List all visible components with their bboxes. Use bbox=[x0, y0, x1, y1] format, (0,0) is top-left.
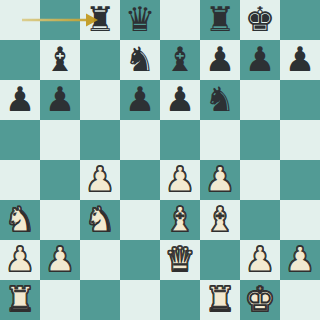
piece-white-rook-a1[interactable]: ♜ bbox=[5, 279, 35, 319]
square-a2[interactable]: ♟ bbox=[0, 240, 40, 280]
chess-board: ♜♛♜♚♝♞♝♟♟♟♟♟♟♟♞♟♟♟♞♞♝♝♟♟♛♟♟♜♜♚ bbox=[0, 0, 320, 320]
piece-white-knight-a3[interactable]: ♞ bbox=[5, 199, 35, 239]
piece-white-pawn-a2[interactable]: ♟ bbox=[5, 239, 35, 279]
board-squares: ♜♛♜♚♝♞♝♟♟♟♟♟♟♟♞♟♟♟♞♞♝♝♟♟♛♟♟♜♜♚ bbox=[0, 0, 320, 320]
square-c2[interactable] bbox=[80, 240, 120, 280]
piece-black-queen-d8[interactable]: ♛ bbox=[125, 0, 155, 39]
square-e5[interactable] bbox=[160, 120, 200, 160]
piece-black-pawn-h7[interactable]: ♟ bbox=[285, 39, 315, 79]
piece-white-queen-e2[interactable]: ♛ bbox=[165, 239, 195, 279]
square-a5[interactable] bbox=[0, 120, 40, 160]
piece-black-bishop-b7[interactable]: ♝ bbox=[45, 39, 75, 79]
square-g3[interactable] bbox=[240, 200, 280, 240]
piece-white-knight-c3[interactable]: ♞ bbox=[85, 199, 115, 239]
square-h6[interactable] bbox=[280, 80, 320, 120]
square-g2[interactable]: ♟ bbox=[240, 240, 280, 280]
piece-black-pawn-e6[interactable]: ♟ bbox=[165, 79, 195, 119]
square-h1[interactable] bbox=[280, 280, 320, 320]
square-c1[interactable] bbox=[80, 280, 120, 320]
square-h4[interactable] bbox=[280, 160, 320, 200]
square-h3[interactable] bbox=[280, 200, 320, 240]
square-d1[interactable] bbox=[120, 280, 160, 320]
square-b3[interactable] bbox=[40, 200, 80, 240]
square-f5[interactable] bbox=[200, 120, 240, 160]
square-b4[interactable] bbox=[40, 160, 80, 200]
piece-white-pawn-h2[interactable]: ♟ bbox=[285, 239, 315, 279]
square-e7[interactable]: ♝ bbox=[160, 40, 200, 80]
square-c4[interactable]: ♟ bbox=[80, 160, 120, 200]
square-e1[interactable] bbox=[160, 280, 200, 320]
square-e4[interactable]: ♟ bbox=[160, 160, 200, 200]
piece-white-pawn-f4[interactable]: ♟ bbox=[205, 159, 235, 199]
square-c5[interactable] bbox=[80, 120, 120, 160]
square-h8[interactable] bbox=[280, 0, 320, 40]
square-g8[interactable]: ♚ bbox=[240, 0, 280, 40]
piece-black-pawn-d6[interactable]: ♟ bbox=[125, 79, 155, 119]
piece-white-pawn-e4[interactable]: ♟ bbox=[165, 159, 195, 199]
square-g5[interactable] bbox=[240, 120, 280, 160]
square-a3[interactable]: ♞ bbox=[0, 200, 40, 240]
square-e6[interactable]: ♟ bbox=[160, 80, 200, 120]
square-b7[interactable]: ♝ bbox=[40, 40, 80, 80]
square-g6[interactable] bbox=[240, 80, 280, 120]
square-d5[interactable] bbox=[120, 120, 160, 160]
square-f6[interactable]: ♞ bbox=[200, 80, 240, 120]
square-f2[interactable] bbox=[200, 240, 240, 280]
piece-white-pawn-g2[interactable]: ♟ bbox=[245, 239, 275, 279]
square-b6[interactable]: ♟ bbox=[40, 80, 80, 120]
piece-black-rook-c8[interactable]: ♜ bbox=[85, 0, 115, 39]
square-d4[interactable] bbox=[120, 160, 160, 200]
square-a7[interactable] bbox=[0, 40, 40, 80]
piece-white-bishop-f3[interactable]: ♝ bbox=[205, 199, 235, 239]
square-a6[interactable]: ♟ bbox=[0, 80, 40, 120]
square-d2[interactable] bbox=[120, 240, 160, 280]
square-c7[interactable] bbox=[80, 40, 120, 80]
square-f1[interactable]: ♜ bbox=[200, 280, 240, 320]
square-a1[interactable]: ♜ bbox=[0, 280, 40, 320]
square-e3[interactable]: ♝ bbox=[160, 200, 200, 240]
piece-black-pawn-f7[interactable]: ♟ bbox=[205, 39, 235, 79]
piece-black-pawn-g7[interactable]: ♟ bbox=[245, 39, 275, 79]
square-f7[interactable]: ♟ bbox=[200, 40, 240, 80]
square-e2[interactable]: ♛ bbox=[160, 240, 200, 280]
square-c3[interactable]: ♞ bbox=[80, 200, 120, 240]
square-f8[interactable]: ♜ bbox=[200, 0, 240, 40]
piece-white-pawn-b2[interactable]: ♟ bbox=[45, 239, 75, 279]
piece-black-pawn-b6[interactable]: ♟ bbox=[45, 79, 75, 119]
piece-white-bishop-e3[interactable]: ♝ bbox=[165, 199, 195, 239]
square-f3[interactable]: ♝ bbox=[200, 200, 240, 240]
square-h5[interactable] bbox=[280, 120, 320, 160]
square-d3[interactable] bbox=[120, 200, 160, 240]
square-c6[interactable] bbox=[80, 80, 120, 120]
square-g7[interactable]: ♟ bbox=[240, 40, 280, 80]
piece-black-king-g8[interactable]: ♚ bbox=[245, 0, 275, 39]
square-h2[interactable]: ♟ bbox=[280, 240, 320, 280]
square-b8[interactable] bbox=[40, 0, 80, 40]
square-f4[interactable]: ♟ bbox=[200, 160, 240, 200]
piece-black-rook-f8[interactable]: ♜ bbox=[205, 0, 235, 39]
square-a8[interactable] bbox=[0, 0, 40, 40]
square-b5[interactable] bbox=[40, 120, 80, 160]
square-g1[interactable]: ♚ bbox=[240, 280, 280, 320]
square-g4[interactable] bbox=[240, 160, 280, 200]
square-b1[interactable] bbox=[40, 280, 80, 320]
piece-white-rook-f1[interactable]: ♜ bbox=[205, 279, 235, 319]
square-h7[interactable]: ♟ bbox=[280, 40, 320, 80]
piece-white-king-g1[interactable]: ♚ bbox=[245, 279, 275, 319]
piece-black-pawn-a6[interactable]: ♟ bbox=[5, 79, 35, 119]
piece-black-bishop-e7[interactable]: ♝ bbox=[165, 39, 195, 79]
square-c8[interactable]: ♜ bbox=[80, 0, 120, 40]
square-d8[interactable]: ♛ bbox=[120, 0, 160, 40]
square-a4[interactable] bbox=[0, 160, 40, 200]
square-d6[interactable]: ♟ bbox=[120, 80, 160, 120]
piece-black-knight-f6[interactable]: ♞ bbox=[205, 79, 235, 119]
square-d7[interactable]: ♞ bbox=[120, 40, 160, 80]
piece-black-knight-d7[interactable]: ♞ bbox=[125, 39, 155, 79]
square-b2[interactable]: ♟ bbox=[40, 240, 80, 280]
piece-white-pawn-c4[interactable]: ♟ bbox=[85, 159, 115, 199]
square-e8[interactable] bbox=[160, 0, 200, 40]
